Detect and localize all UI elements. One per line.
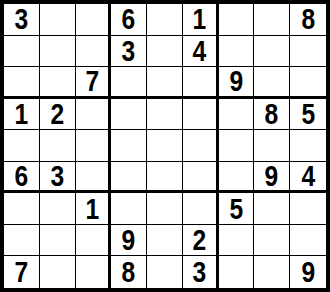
cell-r1c9[interactable]: 8 [290, 4, 326, 36]
given-digit: 9 [229, 67, 243, 96]
cell-r7c2[interactable] [40, 193, 76, 225]
cell-r4c7[interactable] [219, 99, 255, 131]
cell-r4c1[interactable]: 1 [4, 99, 40, 131]
cell-r3c6[interactable] [183, 67, 219, 99]
cell-r4c3[interactable] [76, 99, 112, 131]
cell-r1c6[interactable]: 1 [183, 4, 219, 36]
given-digit: 2 [50, 99, 64, 129]
cell-r2c8[interactable] [254, 36, 290, 68]
cell-r6c1[interactable]: 6 [4, 162, 40, 194]
cell-r9c4[interactable]: 8 [111, 256, 147, 288]
cell-r2c6[interactable]: 4 [183, 36, 219, 68]
cell-r1c1[interactable]: 3 [4, 4, 40, 36]
given-digit: 9 [301, 257, 315, 287]
cell-r8c3[interactable] [76, 225, 112, 257]
cell-r9c8[interactable] [254, 256, 290, 288]
sudoku-board: 361834791285639415927839 [0, 0, 330, 292]
cell-r5c6[interactable] [183, 130, 219, 162]
cell-r6c8[interactable]: 9 [254, 162, 290, 194]
given-digit: 9 [265, 162, 279, 191]
given-digit: 3 [192, 257, 206, 287]
cell-r2c7[interactable] [219, 36, 255, 68]
cell-r6c6[interactable] [183, 162, 219, 194]
cell-r7c1[interactable] [4, 193, 40, 225]
cell-r7c3[interactable]: 1 [76, 193, 112, 225]
given-digit: 6 [15, 162, 29, 191]
given-digit: 4 [192, 36, 206, 66]
cell-r9c5[interactable] [147, 256, 183, 288]
cell-r3c9[interactable] [290, 67, 326, 99]
cell-r2c5[interactable] [147, 36, 183, 68]
cell-r5c9[interactable] [290, 130, 326, 162]
cell-r7c9[interactable] [290, 193, 326, 225]
given-digit: 9 [122, 225, 136, 255]
given-digit: 8 [301, 4, 315, 34]
given-digit: 2 [192, 225, 206, 255]
cell-r6c9[interactable]: 4 [290, 162, 326, 194]
cell-r2c2[interactable] [40, 36, 76, 68]
cell-r2c1[interactable] [4, 36, 40, 68]
cell-r9c1[interactable]: 7 [4, 256, 40, 288]
cell-r5c4[interactable] [111, 130, 147, 162]
cell-r2c3[interactable] [76, 36, 112, 68]
cell-r8c9[interactable] [290, 225, 326, 257]
given-digit: 6 [122, 4, 136, 34]
cell-r6c4[interactable] [111, 162, 147, 194]
cell-r5c3[interactable] [76, 130, 112, 162]
cell-r1c7[interactable] [219, 4, 255, 36]
cell-r8c2[interactable] [40, 225, 76, 257]
cell-r6c7[interactable] [219, 162, 255, 194]
cell-r4c8[interactable]: 8 [254, 99, 290, 131]
cell-r7c6[interactable] [183, 193, 219, 225]
cell-r8c7[interactable] [219, 225, 255, 257]
cell-r9c6[interactable]: 3 [183, 256, 219, 288]
cell-r3c8[interactable] [254, 67, 290, 99]
cell-r5c7[interactable] [219, 130, 255, 162]
cell-r3c5[interactable] [147, 67, 183, 99]
cell-r4c4[interactable] [111, 99, 147, 131]
given-digit: 7 [85, 67, 99, 96]
cell-r4c9[interactable]: 5 [290, 99, 326, 131]
given-digit: 1 [85, 194, 99, 224]
cell-r1c8[interactable] [254, 4, 290, 36]
cell-r1c5[interactable] [147, 4, 183, 36]
cell-r8c8[interactable] [254, 225, 290, 257]
given-digit: 5 [229, 194, 243, 224]
given-digit: 4 [301, 162, 315, 191]
cell-r5c2[interactable] [40, 130, 76, 162]
cell-r3c7[interactable]: 9 [219, 67, 255, 99]
cell-r3c3[interactable]: 7 [76, 67, 112, 99]
cell-r6c2[interactable]: 3 [40, 162, 76, 194]
cell-r5c5[interactable] [147, 130, 183, 162]
given-digit: 3 [15, 4, 29, 34]
given-digit: 1 [15, 99, 29, 129]
cell-r6c3[interactable] [76, 162, 112, 194]
given-digit: 7 [15, 257, 29, 287]
cell-r7c5[interactable] [147, 193, 183, 225]
cell-r3c2[interactable] [40, 67, 76, 99]
given-digit: 1 [192, 4, 206, 34]
cell-r2c9[interactable] [290, 36, 326, 68]
cell-r3c4[interactable] [111, 67, 147, 99]
cell-r9c7[interactable] [219, 256, 255, 288]
cell-r7c8[interactable] [254, 193, 290, 225]
given-digit: 8 [265, 99, 279, 129]
cell-r4c5[interactable] [147, 99, 183, 131]
cell-r2c4[interactable]: 3 [111, 36, 147, 68]
cell-r5c8[interactable] [254, 130, 290, 162]
given-digit: 5 [301, 99, 315, 129]
cell-r1c2[interactable] [40, 4, 76, 36]
cell-r4c6[interactable] [183, 99, 219, 131]
cell-r7c7[interactable]: 5 [219, 193, 255, 225]
given-digit: 3 [122, 36, 136, 66]
cell-r1c3[interactable] [76, 4, 112, 36]
cell-r7c4[interactable] [111, 193, 147, 225]
cell-r1c4[interactable]: 6 [111, 4, 147, 36]
cell-r8c1[interactable] [4, 225, 40, 257]
given-digit: 8 [122, 257, 136, 287]
given-digit: 3 [50, 162, 64, 191]
cell-r8c4[interactable]: 9 [111, 225, 147, 257]
cell-r5c1[interactable] [4, 130, 40, 162]
cell-r9c3[interactable] [76, 256, 112, 288]
cell-r6c5[interactable] [147, 162, 183, 194]
cell-r9c2[interactable] [40, 256, 76, 288]
cell-r8c6[interactable]: 2 [183, 225, 219, 257]
cell-r8c5[interactable] [147, 225, 183, 257]
cell-r9c9[interactable]: 9 [290, 256, 326, 288]
cell-r4c2[interactable]: 2 [40, 99, 76, 131]
cell-r3c1[interactable] [4, 67, 40, 99]
